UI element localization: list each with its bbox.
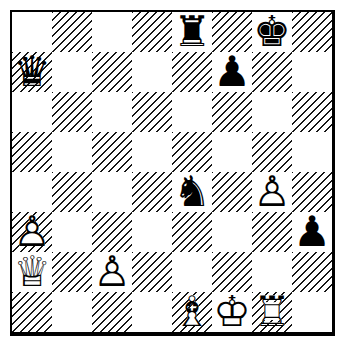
square-c7[interactable] [92,52,132,92]
square-b7[interactable] [52,52,92,92]
square-b1[interactable] [52,292,92,332]
piece-white-bishop: ♝♗ [172,292,212,332]
square-h2[interactable] [292,252,332,292]
square-e3[interactable] [172,212,212,252]
square-a1[interactable] [12,292,52,332]
square-a7[interactable]: ♛ [12,52,52,92]
chessboard: ♜♚♛♟♞♟♙♟♙♟♛♕♟♙♝♗♚♔♜♖ [12,12,332,332]
square-g5[interactable] [252,132,292,172]
square-f1[interactable]: ♚♔ [212,292,252,332]
square-d3[interactable] [132,212,172,252]
black-pawn-glyph: ♟ [213,51,251,93]
white-king-glyph: ♔ [213,291,251,333]
square-h4[interactable] [292,172,332,212]
square-g8[interactable]: ♚ [252,12,292,52]
square-c1[interactable] [92,292,132,332]
square-d6[interactable] [132,92,172,132]
piece-black-knight: ♞ [172,172,212,212]
square-g1[interactable]: ♜♖ [252,292,292,332]
board-frame: ♜♚♛♟♞♟♙♟♙♟♛♕♟♙♝♗♚♔♜♖ [10,10,335,336]
square-f7[interactable]: ♟ [212,52,252,92]
square-h5[interactable] [292,132,332,172]
square-a6[interactable] [12,92,52,132]
square-a8[interactable] [12,12,52,52]
square-e5[interactable] [172,132,212,172]
black-queen-glyph: ♛ [13,51,51,93]
white-bishop-glyph: ♗ [173,291,211,333]
piece-white-king: ♚♔ [212,292,252,332]
square-c5[interactable] [92,132,132,172]
piece-white-pawn: ♟♙ [12,212,52,252]
square-g7[interactable] [252,52,292,92]
piece-black-queen: ♛ [12,52,52,92]
piece-white-pawn: ♟♙ [252,172,292,212]
square-a5[interactable] [12,132,52,172]
piece-white-queen: ♛♕ [12,252,52,292]
square-a4[interactable] [12,172,52,212]
square-g4[interactable]: ♟♙ [252,172,292,212]
square-c3[interactable] [92,212,132,252]
black-rook-glyph: ♜ [173,11,211,53]
square-e6[interactable] [172,92,212,132]
piece-black-pawn: ♟ [212,52,252,92]
square-b2[interactable] [52,252,92,292]
square-f8[interactable] [212,12,252,52]
white-queen-glyph: ♕ [13,251,51,293]
square-d4[interactable] [132,172,172,212]
square-e2[interactable] [172,252,212,292]
square-d1[interactable] [132,292,172,332]
square-f5[interactable] [212,132,252,172]
square-b6[interactable] [52,92,92,132]
piece-black-king: ♚ [252,12,292,52]
square-e8[interactable]: ♜ [172,12,212,52]
square-d8[interactable] [132,12,172,52]
square-f4[interactable] [212,172,252,212]
white-rook-glyph: ♖ [253,291,291,333]
square-b4[interactable] [52,172,92,212]
square-d2[interactable] [132,252,172,292]
black-pawn-glyph: ♟ [293,211,331,253]
square-d7[interactable] [132,52,172,92]
square-g6[interactable] [252,92,292,132]
square-e7[interactable] [172,52,212,92]
square-c2[interactable]: ♟♙ [92,252,132,292]
square-g2[interactable] [252,252,292,292]
square-a2[interactable]: ♛♕ [12,252,52,292]
piece-white-rook: ♜♖ [252,292,292,332]
white-pawn-glyph: ♙ [93,251,131,293]
square-a3[interactable]: ♟♙ [12,212,52,252]
square-g3[interactable] [252,212,292,252]
piece-black-pawn: ♟ [292,212,332,252]
square-d5[interactable] [132,132,172,172]
square-f3[interactable] [212,212,252,252]
black-king-glyph: ♚ [253,11,291,53]
square-c6[interactable] [92,92,132,132]
black-knight-glyph: ♞ [173,171,211,213]
square-h6[interactable] [292,92,332,132]
square-c4[interactable] [92,172,132,212]
square-f6[interactable] [212,92,252,132]
white-pawn-glyph: ♙ [253,171,291,213]
square-b5[interactable] [52,132,92,172]
square-h8[interactable] [292,12,332,52]
square-b8[interactable] [52,12,92,52]
square-h1[interactable] [292,292,332,332]
piece-white-pawn: ♟♙ [92,252,132,292]
square-e4[interactable]: ♞ [172,172,212,212]
square-e1[interactable]: ♝♗ [172,292,212,332]
square-b3[interactable] [52,212,92,252]
square-h7[interactable] [292,52,332,92]
square-f2[interactable] [212,252,252,292]
square-h3[interactable]: ♟ [292,212,332,252]
square-c8[interactable] [92,12,132,52]
piece-black-rook: ♜ [172,12,212,52]
